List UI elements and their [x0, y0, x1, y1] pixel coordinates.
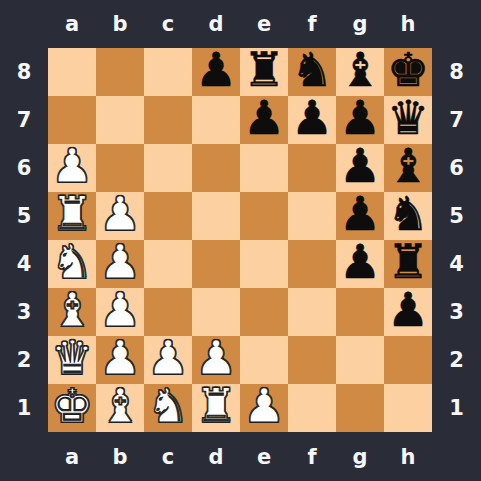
- file-label-e: e: [240, 0, 288, 48]
- piece-white-pawn[interactable]: ♟: [99, 334, 141, 382]
- piece-white-pawn[interactable]: ♟: [99, 190, 141, 238]
- square-a8[interactable]: [48, 48, 96, 96]
- piece-white-bishop[interactable]: ♝: [99, 382, 141, 430]
- file-label-c: c: [144, 0, 192, 48]
- square-a7[interactable]: [48, 96, 96, 144]
- square-f6[interactable]: [288, 144, 336, 192]
- piece-black-queen[interactable]: ♛: [387, 94, 429, 142]
- square-b8[interactable]: [96, 48, 144, 96]
- file-label-d: d: [192, 0, 240, 48]
- piece-black-pawn[interactable]: ♟: [291, 94, 333, 142]
- square-c7[interactable]: [144, 96, 192, 144]
- rank-label-4: 4: [0, 240, 48, 288]
- square-b4[interactable]: ♟: [96, 240, 144, 288]
- piece-black-pawn[interactable]: ♟: [339, 94, 381, 142]
- rank-labels-left: 87654321: [0, 48, 48, 432]
- square-g7[interactable]: ♟: [336, 96, 384, 144]
- square-a4[interactable]: ♞: [48, 240, 96, 288]
- square-e7[interactable]: ♟: [240, 96, 288, 144]
- square-f8[interactable]: ♞: [288, 48, 336, 96]
- file-label-h: h: [384, 0, 432, 48]
- piece-black-rook[interactable]: ♜: [243, 46, 285, 94]
- square-h1[interactable]: [384, 384, 432, 432]
- square-e8[interactable]: ♜: [240, 48, 288, 96]
- piece-black-bishop[interactable]: ♝: [339, 46, 381, 94]
- square-c3[interactable]: [144, 288, 192, 336]
- file-label-a: a: [48, 432, 96, 481]
- rank-label-1: 1: [0, 384, 48, 432]
- piece-black-knight[interactable]: ♞: [387, 190, 429, 238]
- square-d3[interactable]: [192, 288, 240, 336]
- file-label-b: b: [96, 0, 144, 48]
- square-h6[interactable]: ♝: [384, 144, 432, 192]
- square-h2[interactable]: [384, 336, 432, 384]
- square-d6[interactable]: [192, 144, 240, 192]
- square-f1[interactable]: [288, 384, 336, 432]
- file-label-h: h: [384, 432, 432, 481]
- square-g3[interactable]: [336, 288, 384, 336]
- square-e6[interactable]: [240, 144, 288, 192]
- file-label-b: b: [96, 432, 144, 481]
- piece-black-pawn[interactable]: ♟: [339, 238, 381, 286]
- rank-label-2: 2: [0, 336, 48, 384]
- rank-label-8: 8: [0, 48, 48, 96]
- square-e3[interactable]: [240, 288, 288, 336]
- piece-white-pawn[interactable]: ♟: [195, 334, 237, 382]
- square-d2[interactable]: ♟: [192, 336, 240, 384]
- rank-label-7: 7: [0, 96, 48, 144]
- piece-white-pawn[interactable]: ♟: [99, 238, 141, 286]
- square-b1[interactable]: ♝: [96, 384, 144, 432]
- square-g6[interactable]: ♟: [336, 144, 384, 192]
- square-b3[interactable]: ♟: [96, 288, 144, 336]
- square-h4[interactable]: ♜: [384, 240, 432, 288]
- square-a3[interactable]: ♝: [48, 288, 96, 336]
- square-c2[interactable]: ♟: [144, 336, 192, 384]
- piece-black-pawn[interactable]: ♟: [339, 190, 381, 238]
- square-a6[interactable]: ♟: [48, 144, 96, 192]
- piece-black-knight[interactable]: ♞: [291, 46, 333, 94]
- file-label-d: d: [192, 432, 240, 481]
- file-labels-top: abcdefgh: [48, 0, 432, 48]
- square-h5[interactable]: ♞: [384, 192, 432, 240]
- file-label-c: c: [144, 432, 192, 481]
- piece-white-rook[interactable]: ♜: [195, 382, 237, 430]
- square-h3[interactable]: ♟: [384, 288, 432, 336]
- piece-white-pawn[interactable]: ♟: [147, 334, 189, 382]
- piece-black-pawn[interactable]: ♟: [387, 286, 429, 334]
- piece-black-bishop[interactable]: ♝: [387, 142, 429, 190]
- square-d4[interactable]: [192, 240, 240, 288]
- rank-label-3: 3: [432, 288, 481, 336]
- square-e1[interactable]: ♟: [240, 384, 288, 432]
- square-g8[interactable]: ♝: [336, 48, 384, 96]
- square-d7[interactable]: [192, 96, 240, 144]
- square-g5[interactable]: ♟: [336, 192, 384, 240]
- square-a2[interactable]: ♛: [48, 336, 96, 384]
- square-f5[interactable]: [288, 192, 336, 240]
- piece-white-pawn[interactable]: ♟: [243, 382, 285, 430]
- square-b5[interactable]: ♟: [96, 192, 144, 240]
- piece-white-bishop[interactable]: ♝: [51, 286, 93, 334]
- square-f2[interactable]: [288, 336, 336, 384]
- file-label-g: g: [336, 0, 384, 48]
- square-h7[interactable]: ♛: [384, 96, 432, 144]
- square-h8[interactable]: ♚: [384, 48, 432, 96]
- square-f3[interactable]: [288, 288, 336, 336]
- square-d8[interactable]: ♟: [192, 48, 240, 96]
- square-c6[interactable]: [144, 144, 192, 192]
- square-c4[interactable]: [144, 240, 192, 288]
- piece-white-king[interactable]: ♚: [51, 382, 93, 430]
- file-label-f: f: [288, 0, 336, 48]
- square-c1[interactable]: ♞: [144, 384, 192, 432]
- square-f4[interactable]: [288, 240, 336, 288]
- chess-board-app: abcdefgh abcdefgh 87654321 87654321 ♟♜♞♝…: [0, 0, 481, 481]
- square-a1[interactable]: ♚: [48, 384, 96, 432]
- square-e4[interactable]: [240, 240, 288, 288]
- piece-white-pawn[interactable]: ♟: [99, 286, 141, 334]
- piece-black-pawn[interactable]: ♟: [243, 94, 285, 142]
- piece-white-knight[interactable]: ♞: [147, 382, 189, 430]
- rank-label-6: 6: [432, 144, 481, 192]
- chess-board: ♟♜♞♝♚♟♟♟♛♟♟♝♜♟♟♞♞♟♟♜♝♟♟♛♟♟♟♚♝♞♜♟: [48, 48, 432, 432]
- square-a5[interactable]: ♜: [48, 192, 96, 240]
- square-d1[interactable]: ♜: [192, 384, 240, 432]
- rank-label-4: 4: [432, 240, 481, 288]
- rank-label-8: 8: [432, 48, 481, 96]
- piece-white-queen[interactable]: ♛: [51, 334, 93, 382]
- file-labels-bottom: abcdefgh: [48, 432, 432, 481]
- rank-label-1: 1: [432, 384, 481, 432]
- square-g2[interactable]: [336, 336, 384, 384]
- square-g1[interactable]: [336, 384, 384, 432]
- square-b6[interactable]: [96, 144, 144, 192]
- piece-white-rook[interactable]: ♜: [51, 190, 93, 238]
- square-e2[interactable]: [240, 336, 288, 384]
- square-f7[interactable]: ♟: [288, 96, 336, 144]
- file-label-a: a: [48, 0, 96, 48]
- square-g4[interactable]: ♟: [336, 240, 384, 288]
- rank-label-7: 7: [432, 96, 481, 144]
- square-b7[interactable]: [96, 96, 144, 144]
- piece-black-rook[interactable]: ♜: [387, 238, 429, 286]
- file-label-f: f: [288, 432, 336, 481]
- piece-black-king[interactable]: ♚: [387, 46, 429, 94]
- rank-label-5: 5: [432, 192, 481, 240]
- rank-label-3: 3: [0, 288, 48, 336]
- rank-label-6: 6: [0, 144, 48, 192]
- piece-black-pawn[interactable]: ♟: [339, 142, 381, 190]
- file-label-e: e: [240, 432, 288, 481]
- file-label-g: g: [336, 432, 384, 481]
- rank-label-2: 2: [432, 336, 481, 384]
- piece-white-knight[interactable]: ♞: [51, 238, 93, 286]
- piece-white-pawn[interactable]: ♟: [51, 142, 93, 190]
- square-b2[interactable]: ♟: [96, 336, 144, 384]
- rank-label-5: 5: [0, 192, 48, 240]
- square-c8[interactable]: [144, 48, 192, 96]
- square-d5[interactable]: [192, 192, 240, 240]
- square-c5[interactable]: [144, 192, 192, 240]
- square-e5[interactable]: [240, 192, 288, 240]
- rank-labels-right: 87654321: [432, 48, 481, 432]
- piece-black-pawn[interactable]: ♟: [195, 46, 237, 94]
